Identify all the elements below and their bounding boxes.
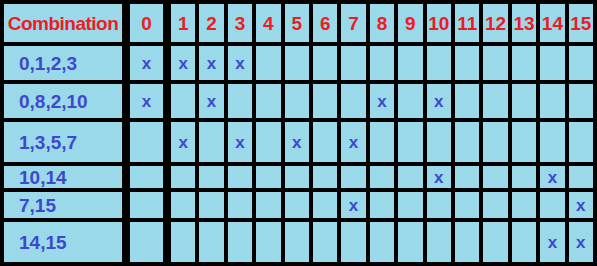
grid-cell-r2-c5: x — [285, 122, 309, 162]
grid-cell-r4-c4 — [256, 192, 280, 218]
grid-cell-r2-c10 — [427, 122, 451, 162]
row-label-1: 0,8,2,10 — [4, 84, 122, 118]
grid-cell-r2-c7: x — [341, 122, 365, 162]
minterm-header-11: 11 — [455, 4, 479, 42]
grid-cell-r0-c7 — [341, 46, 365, 80]
grid-cell-r4-c10 — [427, 192, 451, 218]
grid-cell-r1-c14 — [540, 84, 564, 118]
grid-cell-r2-c1: x — [171, 122, 195, 162]
grid-cell-r0-c8 — [370, 46, 394, 80]
grid-cell-r0-c10 — [427, 46, 451, 80]
grid-cell-r2-c11 — [455, 122, 479, 162]
grid-cell-r3-c8 — [370, 166, 394, 188]
grid-cell-r4-c14 — [540, 192, 564, 218]
grid-cell-r3-c13 — [512, 166, 536, 188]
grid-cell-r3-c15 — [569, 166, 593, 188]
grid-cell-r1-c0: x — [130, 84, 163, 118]
grid-cell-r5-c11 — [455, 222, 479, 262]
row-label-2: 1,3,5,7 — [4, 122, 122, 162]
grid-cell-r3-c11 — [455, 166, 479, 188]
grid-cell-r3-c2 — [199, 166, 223, 188]
grid-cell-r4-c11 — [455, 192, 479, 218]
grid-cell-r0-c14 — [540, 46, 564, 80]
grid-cell-r3-c9 — [398, 166, 422, 188]
minterm-header-12: 12 — [483, 4, 507, 42]
minterm-header-1: 1 — [171, 4, 195, 42]
grid-cell-r3-c6 — [313, 166, 337, 188]
grid-cell-r1-c13 — [512, 84, 536, 118]
grid-cell-r2-c13 — [512, 122, 536, 162]
grid-cell-r2-c4 — [256, 122, 280, 162]
grid-cell-r5-c8 — [370, 222, 394, 262]
grid-cell-r5-c1 — [171, 222, 195, 262]
grid-cell-r4-c13 — [512, 192, 536, 218]
grid-cell-r5-c13 — [512, 222, 536, 262]
grid-cell-r1-c2: x — [199, 84, 223, 118]
grid-cell-r0-c13 — [512, 46, 536, 80]
grid-cell-r1-c8: x — [370, 84, 394, 118]
grid-cell-r1-c7 — [341, 84, 365, 118]
corner-header: Combination — [4, 4, 122, 42]
grid-cell-r3-c14: x — [540, 166, 564, 188]
grid-cell-r3-c1 — [171, 166, 195, 188]
grid-cell-r4-c3 — [228, 192, 252, 218]
grid-cell-r5-c14: x — [540, 222, 564, 262]
row-label-3: 10,14 — [4, 166, 122, 188]
grid-cell-r5-c2 — [199, 222, 223, 262]
grid-cell-r2-c8 — [370, 122, 394, 162]
grid-cell-r2-c15 — [569, 122, 593, 162]
grid-cell-r4-c5 — [285, 192, 309, 218]
grid-cell-r2-c9 — [398, 122, 422, 162]
minterm-header-15: 15 — [569, 4, 593, 42]
grid-cell-r1-c6 — [313, 84, 337, 118]
grid-cell-r4-c15: x — [569, 192, 593, 218]
minterm-header-0: 0 — [130, 4, 163, 42]
grid-cell-r3-c3 — [228, 166, 252, 188]
grid-cell-r5-c9 — [398, 222, 422, 262]
grid-cell-r3-c10: x — [427, 166, 451, 188]
minterm-header-7: 7 — [341, 4, 365, 42]
grid-cell-r0-c3: x — [228, 46, 252, 80]
grid-cell-r0-c4 — [256, 46, 280, 80]
grid-cell-r3-c7 — [341, 166, 365, 188]
grid-cell-r0-c11 — [455, 46, 479, 80]
grid-cell-r5-c12 — [483, 222, 507, 262]
grid-cell-r2-c2 — [199, 122, 223, 162]
grid-cell-r2-c6 — [313, 122, 337, 162]
grid-cell-r0-c2: x — [199, 46, 223, 80]
grid-cell-r0-c5 — [285, 46, 309, 80]
grid-cell-r4-c8 — [370, 192, 394, 218]
grid-cell-r4-c0 — [130, 192, 163, 218]
grid-cell-r1-c1 — [171, 84, 195, 118]
grid-cell-r5-c3 — [228, 222, 252, 262]
grid-cell-r5-c10 — [427, 222, 451, 262]
grid-cell-r4-c12 — [483, 192, 507, 218]
grid-cell-r2-c3: x — [228, 122, 252, 162]
grid-cell-r2-c14 — [540, 122, 564, 162]
grid-cell-r1-c11 — [455, 84, 479, 118]
minterm-header-5: 5 — [285, 4, 309, 42]
grid-cell-r2-c12 — [483, 122, 507, 162]
grid-cell-r4-c6 — [313, 192, 337, 218]
grid-cell-r5-c5 — [285, 222, 309, 262]
minterm-header-2: 2 — [199, 4, 223, 42]
minterm-header-9: 9 — [398, 4, 422, 42]
grid-cell-r5-c6 — [313, 222, 337, 262]
grid-cell-r0-c0: x — [130, 46, 163, 80]
grid-cell-r3-c5 — [285, 166, 309, 188]
grid-cell-r4-c1 — [171, 192, 195, 218]
grid-cell-r0-c12 — [483, 46, 507, 80]
minterm-header-8: 8 — [370, 4, 394, 42]
grid-cell-r1-c15 — [569, 84, 593, 118]
minterm-header-4: 4 — [256, 4, 280, 42]
grid-cell-r0-c6 — [313, 46, 337, 80]
grid-cell-r3-c0 — [130, 166, 163, 188]
grid-cell-r4-c2 — [199, 192, 223, 218]
grid-cell-r5-c15: x — [569, 222, 593, 262]
minterm-header-6: 6 — [313, 4, 337, 42]
grid-cell-r3-c4 — [256, 166, 280, 188]
grid-cell-r0-c9 — [398, 46, 422, 80]
grid-cell-r1-c12 — [483, 84, 507, 118]
grid-cell-r4-c7: x — [341, 192, 365, 218]
grid-cell-r1-c10: x — [427, 84, 451, 118]
minterm-header-10: 10 — [427, 4, 451, 42]
prime-implicant-chart: Combination01234567891011121314150,1,2,3… — [0, 0, 597, 266]
grid-cell-r5-c7 — [341, 222, 365, 262]
grid-cell-r0-c15 — [569, 46, 593, 80]
grid-cell-r5-c0 — [130, 222, 163, 262]
grid-cell-r2-c0 — [130, 122, 163, 162]
grid-cell-r1-c4 — [256, 84, 280, 118]
minterm-header-3: 3 — [228, 4, 252, 42]
row-label-5: 14,15 — [4, 222, 122, 262]
grid-cell-r0-c1: x — [171, 46, 195, 80]
row-label-4: 7,15 — [4, 192, 122, 218]
grid-cell-r1-c9 — [398, 84, 422, 118]
grid-cell-r5-c4 — [256, 222, 280, 262]
grid-cell-r1-c3 — [228, 84, 252, 118]
grid-cell-r1-c5 — [285, 84, 309, 118]
grid-cell-r3-c12 — [483, 166, 507, 188]
row-label-0: 0,1,2,3 — [4, 46, 122, 80]
grid-cell-r4-c9 — [398, 192, 422, 218]
minterm-header-13: 13 — [512, 4, 536, 42]
minterm-header-14: 14 — [540, 4, 564, 42]
